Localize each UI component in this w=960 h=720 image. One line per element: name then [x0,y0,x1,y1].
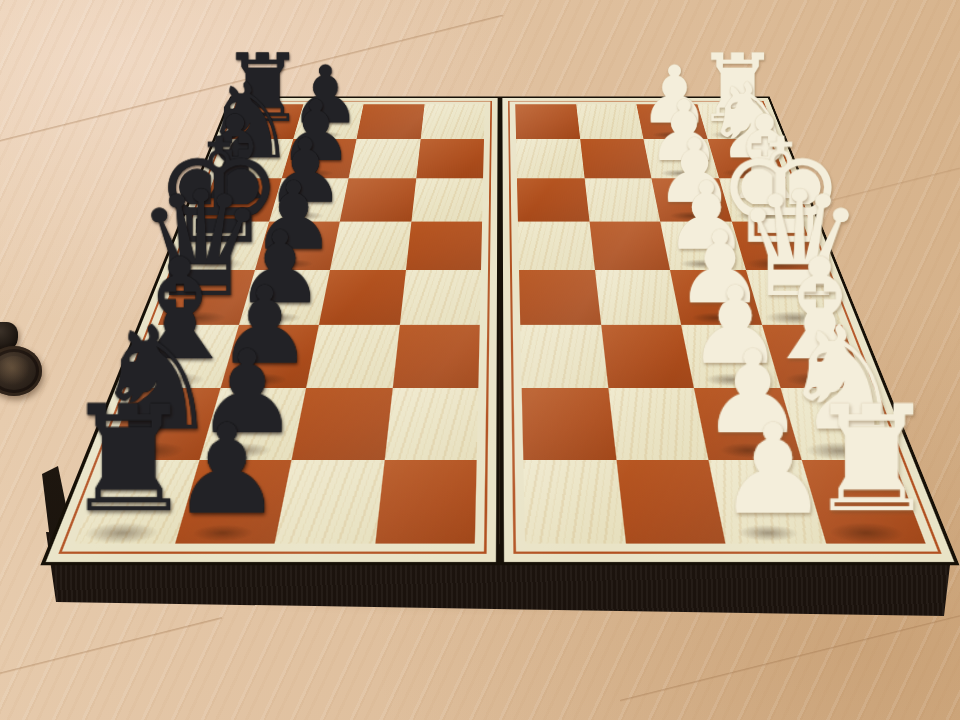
chess-board: ♜♞♝♛♚♝♞♜♟♟♟♟♟♟♟♟♜♞♝♛♚♝♞♜♟♟♟♟♟♟♟♟ [160,0,840,610]
piece-white-pawn[interactable]: ♟ [717,408,829,533]
pieces-layer: ♜♞♝♛♚♝♞♜♟♟♟♟♟♟♟♟♜♞♝♛♚♝♞♜♟♟♟♟♟♟♟♟ [40,97,959,566]
square-h5[interactable] [420,104,485,139]
square-g4[interactable] [516,139,584,178]
square-g3[interactable] [580,139,652,178]
chess-board-surface: ♜♞♝♛♚♝♞♜♟♟♟♟♟♟♟♟♜♞♝♛♚♝♞♜♟♟♟♟♟♟♟♟ [40,97,959,566]
square-h2[interactable] [636,104,707,139]
square-e4[interactable] [518,221,595,270]
square-e5[interactable] [406,221,483,270]
square-e6[interactable] [330,221,411,270]
square-g5[interactable] [416,139,484,178]
square-h4[interactable] [515,104,580,139]
square-f6[interactable] [340,178,416,221]
square-h8[interactable] [229,104,303,139]
square-f3[interactable] [584,178,660,221]
square-h6[interactable] [356,104,424,139]
square-f5[interactable] [411,178,483,221]
square-h3[interactable] [576,104,644,139]
square-f4[interactable] [517,178,589,221]
square-g6[interactable] [349,139,421,178]
square-g7[interactable] [281,139,356,178]
square-h7[interactable] [293,104,364,139]
square-g2[interactable] [644,139,719,178]
piece-black-pawn[interactable]: ♟ [171,408,283,533]
square-h1[interactable] [697,104,771,139]
square-e3[interactable] [589,221,670,270]
